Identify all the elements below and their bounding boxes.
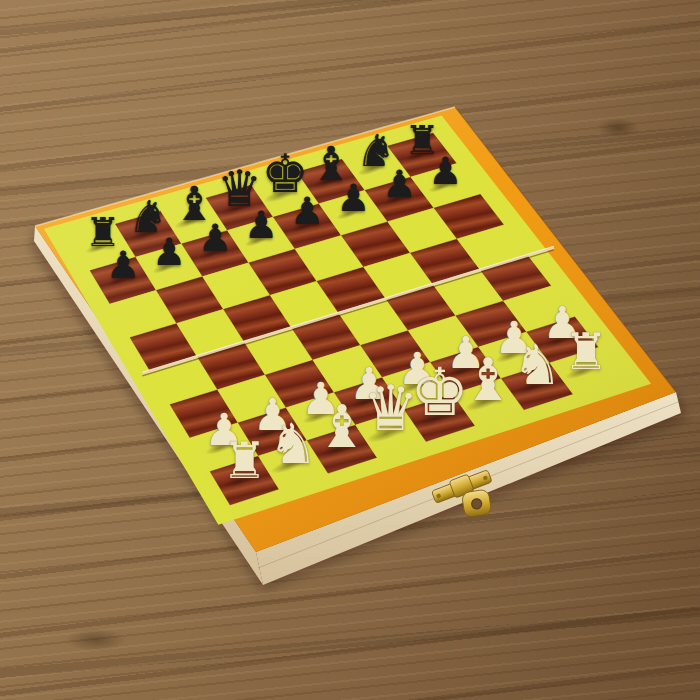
scene: ♜♞♝♟♚♟♛♟♝♟♞♟♜♟♟♟♟♟♟♜♟♞♟♝♟♚♟♛♟♝♞♜ bbox=[0, 0, 700, 700]
piece-white-bishop-c1[interactable]: ♝ bbox=[315, 397, 368, 456]
piece-black-pawn-e7[interactable]: ♟ bbox=[290, 193, 324, 231]
clasp-hasp-tab[interactable] bbox=[461, 489, 492, 518]
piece-black-pawn-d7[interactable]: ♟ bbox=[244, 207, 278, 245]
piece-white-rook-h1[interactable]: ♜ bbox=[563, 326, 608, 376]
piece-black-pawn-g7[interactable]: ♟ bbox=[382, 166, 416, 204]
piece-black-pawn-b7[interactable]: ♟ bbox=[152, 234, 186, 272]
piece-black-pawn-a7[interactable]: ♟ bbox=[106, 247, 140, 285]
piece-white-rook-a1[interactable]: ♜ bbox=[222, 436, 267, 486]
piece-white-knight-g1[interactable]: ♞ bbox=[512, 337, 562, 393]
piece-white-queen-d1[interactable]: ♛ bbox=[363, 378, 419, 441]
piece-black-pawn-h7[interactable]: ♟ bbox=[429, 153, 463, 191]
piece-white-knight-b1[interactable]: ♞ bbox=[268, 416, 318, 472]
piece-white-bishop-f1[interactable]: ♝ bbox=[462, 350, 515, 409]
piece-black-pawn-c7[interactable]: ♟ bbox=[198, 220, 232, 258]
piece-black-pawn-f7[interactable]: ♟ bbox=[336, 180, 370, 218]
